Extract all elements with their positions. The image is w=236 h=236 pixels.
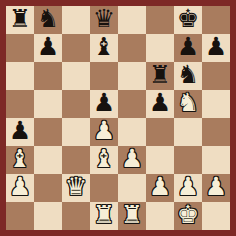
square-h2[interactable]: ♟ [202, 174, 230, 202]
square-c7[interactable] [62, 34, 90, 62]
square-e1[interactable]: ♜ [118, 202, 146, 230]
white-pawn[interactable]: ♟ [93, 117, 115, 145]
black-pawn[interactable]: ♟ [205, 33, 227, 61]
square-b3[interactable] [34, 146, 62, 174]
square-a2[interactable]: ♟ [6, 174, 34, 202]
square-d2[interactable] [90, 174, 118, 202]
black-knight[interactable]: ♞ [177, 61, 199, 89]
square-g6[interactable]: ♞ [174, 62, 202, 90]
square-h3[interactable] [202, 146, 230, 174]
black-king[interactable]: ♚ [177, 5, 199, 33]
white-bishop[interactable]: ♝ [93, 145, 115, 173]
square-d1[interactable]: ♜ [90, 202, 118, 230]
square-a6[interactable] [6, 62, 34, 90]
black-knight[interactable]: ♞ [37, 5, 59, 33]
square-g4[interactable] [174, 118, 202, 146]
square-d6[interactable] [90, 62, 118, 90]
square-b5[interactable] [34, 90, 62, 118]
black-bishop[interactable]: ♝ [93, 33, 115, 61]
square-g2[interactable]: ♟ [174, 174, 202, 202]
white-rook[interactable]: ♜ [121, 201, 143, 229]
white-pawn[interactable]: ♟ [205, 173, 227, 201]
square-a4[interactable]: ♟ [6, 118, 34, 146]
black-rook[interactable]: ♜ [149, 61, 171, 89]
white-queen[interactable]: ♛ [65, 173, 87, 201]
square-c6[interactable] [62, 62, 90, 90]
square-f4[interactable] [146, 118, 174, 146]
white-pawn[interactable]: ♟ [177, 173, 199, 201]
square-f7[interactable] [146, 34, 174, 62]
square-a3[interactable]: ♝ [6, 146, 34, 174]
square-a5[interactable] [6, 90, 34, 118]
square-b8[interactable]: ♞ [34, 6, 62, 34]
square-c8[interactable] [62, 6, 90, 34]
white-knight[interactable]: ♞ [177, 89, 199, 117]
white-pawn[interactable]: ♟ [121, 145, 143, 173]
square-f1[interactable] [146, 202, 174, 230]
black-pawn[interactable]: ♟ [9, 117, 31, 145]
square-d3[interactable]: ♝ [90, 146, 118, 174]
square-d8[interactable]: ♛ [90, 6, 118, 34]
square-f8[interactable] [146, 6, 174, 34]
square-c4[interactable] [62, 118, 90, 146]
square-c5[interactable] [62, 90, 90, 118]
square-g5[interactable]: ♞ [174, 90, 202, 118]
square-g7[interactable]: ♟ [174, 34, 202, 62]
square-a7[interactable] [6, 34, 34, 62]
square-e7[interactable] [118, 34, 146, 62]
square-e6[interactable] [118, 62, 146, 90]
square-b1[interactable] [34, 202, 62, 230]
square-e2[interactable] [118, 174, 146, 202]
square-b2[interactable] [34, 174, 62, 202]
square-d7[interactable]: ♝ [90, 34, 118, 62]
black-pawn[interactable]: ♟ [149, 89, 171, 117]
square-g1[interactable]: ♚ [174, 202, 202, 230]
black-queen[interactable]: ♛ [93, 5, 115, 33]
square-e5[interactable] [118, 90, 146, 118]
square-a8[interactable]: ♜ [6, 6, 34, 34]
square-b4[interactable] [34, 118, 62, 146]
square-h7[interactable]: ♟ [202, 34, 230, 62]
white-king[interactable]: ♚ [177, 201, 199, 229]
chess-board: ♜♞♛♚♟♝♟♟♜♞♟♟♞♟♟♝♝♟♟♛♟♟♟♜♜♚ [6, 6, 230, 230]
white-pawn[interactable]: ♟ [149, 173, 171, 201]
square-d5[interactable]: ♟ [90, 90, 118, 118]
square-e3[interactable]: ♟ [118, 146, 146, 174]
square-b6[interactable] [34, 62, 62, 90]
square-c2[interactable]: ♛ [62, 174, 90, 202]
board-frame: ♜♞♛♚♟♝♟♟♜♞♟♟♞♟♟♝♝♟♟♛♟♟♟♜♜♚ [0, 0, 236, 236]
square-b7[interactable]: ♟ [34, 34, 62, 62]
white-rook[interactable]: ♜ [93, 201, 115, 229]
black-pawn[interactable]: ♟ [177, 33, 199, 61]
white-bishop[interactable]: ♝ [9, 145, 31, 173]
square-h5[interactable] [202, 90, 230, 118]
square-d4[interactable]: ♟ [90, 118, 118, 146]
black-pawn[interactable]: ♟ [93, 89, 115, 117]
square-e4[interactable] [118, 118, 146, 146]
square-a1[interactable] [6, 202, 34, 230]
square-f6[interactable]: ♜ [146, 62, 174, 90]
square-g8[interactable]: ♚ [174, 6, 202, 34]
square-h8[interactable] [202, 6, 230, 34]
square-c3[interactable] [62, 146, 90, 174]
square-h6[interactable] [202, 62, 230, 90]
square-g3[interactable] [174, 146, 202, 174]
black-pawn[interactable]: ♟ [37, 33, 59, 61]
white-pawn[interactable]: ♟ [9, 173, 31, 201]
square-e8[interactable] [118, 6, 146, 34]
square-h4[interactable] [202, 118, 230, 146]
square-f3[interactable] [146, 146, 174, 174]
square-f2[interactable]: ♟ [146, 174, 174, 202]
black-rook[interactable]: ♜ [9, 5, 31, 33]
square-h1[interactable] [202, 202, 230, 230]
square-f5[interactable]: ♟ [146, 90, 174, 118]
square-c1[interactable] [62, 202, 90, 230]
